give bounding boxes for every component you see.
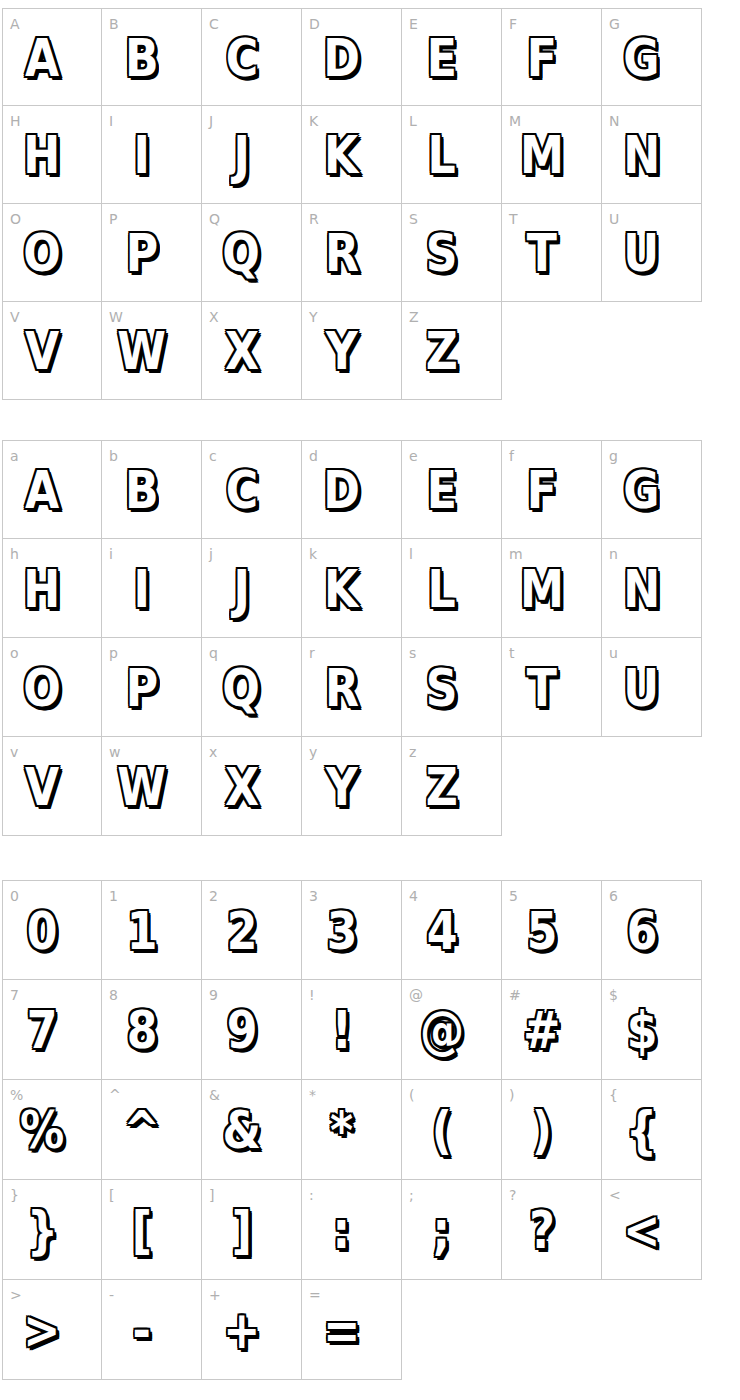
cell-glyph: B: [104, 451, 179, 531]
glyph-text: X: [225, 325, 259, 377]
glyph-text: M: [520, 563, 564, 615]
glyph-text: M: [520, 129, 564, 181]
char-cell: PP: [102, 204, 202, 302]
glyph-text: J: [233, 563, 249, 615]
glyph-text: I: [133, 563, 149, 615]
cell-glyph: T: [504, 214, 579, 294]
cell-glyph: A: [5, 19, 80, 98]
glyph-text: N: [623, 563, 660, 615]
char-cell: ??: [502, 1180, 602, 1280]
glyph-text: G: [623, 464, 659, 516]
cell-glyph: Q: [204, 648, 279, 728]
char-cell: 88: [102, 980, 202, 1080]
char-cell: 00: [2, 880, 102, 980]
glyph-text: Z: [426, 761, 458, 813]
glyph-text: N: [623, 129, 660, 181]
glyph-text: V: [25, 761, 59, 813]
cell-glyph: C: [204, 451, 279, 531]
glyph-text: {: [626, 1104, 657, 1156]
char-cell: YY: [302, 302, 402, 400]
char-cell: jJ: [202, 539, 302, 638]
glyph-text: H: [24, 563, 61, 615]
glyph-text: Y: [326, 325, 358, 377]
glyph-text: W: [117, 761, 166, 813]
char-cell: HH: [2, 106, 102, 204]
cell-glyph: 3: [304, 891, 379, 971]
glyph-text: A: [25, 32, 59, 84]
char-cell: ;;: [402, 1180, 502, 1280]
cell-glyph: F: [504, 451, 579, 531]
glyph-text: %: [20, 1104, 64, 1156]
char-cell: lL: [402, 539, 502, 638]
char-cell: qQ: [202, 638, 302, 737]
char-cell: JJ: [202, 106, 302, 204]
cell-glyph: X: [204, 747, 279, 827]
cell-glyph: ]: [204, 1190, 279, 1271]
glyph-text: F: [526, 32, 556, 84]
char-cell: iI: [102, 539, 202, 638]
char-cell: ^^: [102, 1080, 202, 1180]
cell-glyph: ): [504, 1090, 579, 1171]
char-cell: UU: [602, 204, 702, 302]
char-cell: kK: [302, 539, 402, 638]
cell-glyph: 1: [104, 891, 179, 971]
cell-glyph: G: [604, 19, 679, 98]
char-cell: 33: [302, 880, 402, 980]
cell-glyph: Y: [304, 747, 379, 827]
char-cell: <<: [602, 1180, 702, 1280]
char-cell: !!: [302, 980, 402, 1080]
glyph-text: P: [125, 227, 157, 279]
lowercase-grid: aAbBcCdDeEfFgGhHiIjJkKlLmMnNoOpPqQrRsStT…: [2, 440, 740, 836]
char-cell: ==: [302, 1280, 402, 1380]
glyph-text: R: [325, 662, 359, 714]
char-cell: 77: [2, 980, 102, 1080]
cell-glyph: ^: [104, 1090, 179, 1171]
char-cell: oO: [2, 638, 102, 737]
glyph-text: G: [623, 32, 659, 84]
glyph-text: F: [526, 464, 556, 516]
cell-glyph: 5: [504, 891, 579, 971]
char-cell: bB: [102, 440, 202, 539]
cell-glyph: P: [104, 648, 179, 728]
glyph-text: :: [333, 1204, 351, 1256]
char-cell: ]]: [202, 1180, 302, 1280]
cell-glyph: I: [104, 116, 179, 196]
cell-glyph: -: [104, 1290, 179, 1371]
glyph-text: &: [222, 1104, 261, 1156]
glyph-text: S: [426, 227, 458, 279]
glyph-text: >: [24, 1304, 61, 1356]
cell-glyph: N: [604, 549, 679, 629]
glyph-text: B: [125, 32, 159, 84]
glyph-text: $: [626, 1004, 657, 1056]
cell-glyph: G: [604, 451, 679, 531]
glyph-text: B: [125, 464, 159, 516]
cell-glyph: 6: [604, 891, 679, 971]
glyph-text: U: [624, 662, 660, 714]
glyph-text: T: [527, 662, 557, 714]
glyph-text: ): [532, 1104, 552, 1156]
char-cell: [[: [102, 1180, 202, 1280]
cell-glyph: 4: [404, 891, 479, 971]
cell-glyph: K: [304, 549, 379, 629]
char-cell: wW: [102, 737, 202, 836]
cell-glyph: R: [304, 214, 379, 294]
char-cell: VV: [2, 302, 102, 400]
glyph-text: I: [133, 129, 149, 181]
char-cell: **: [302, 1080, 402, 1180]
cell-glyph: @: [404, 990, 479, 1071]
glyph-text: [: [132, 1204, 152, 1256]
cell-glyph: W: [104, 747, 179, 827]
cell-glyph: O: [5, 648, 80, 728]
glyph-text: }: [26, 1204, 57, 1256]
glyph-text: ^: [123, 1104, 160, 1156]
cell-glyph: $: [604, 990, 679, 1071]
cell-glyph: K: [304, 116, 379, 196]
cell-glyph: ;: [404, 1190, 479, 1271]
char-cell: pP: [102, 638, 202, 737]
char-cell: xX: [202, 737, 302, 836]
char-cell: dD: [302, 440, 402, 539]
glyph-text: O: [23, 227, 61, 279]
cell-glyph: V: [5, 312, 80, 392]
char-cell: AA: [2, 8, 102, 106]
glyph-text: O: [23, 662, 61, 714]
glyph-text: 9: [226, 1004, 257, 1056]
glyph-text: Q: [223, 227, 261, 279]
cell-glyph: 2: [204, 891, 279, 971]
char-cell: OO: [2, 204, 102, 302]
char-cell: uU: [602, 638, 702, 737]
char-cell: hH: [2, 539, 102, 638]
cell-glyph: N: [604, 116, 679, 196]
glyph-text: L: [428, 129, 456, 181]
glyph-text: Y: [326, 761, 358, 813]
glyph-text: @: [419, 1004, 463, 1056]
cell-glyph: ?: [504, 1190, 579, 1271]
char-cell: 55: [502, 880, 602, 980]
char-cell: QQ: [202, 204, 302, 302]
character-map-page: AABBCCDDEEFFGGHHIIJJKKLLMMNNOOPPQQRRSSTT…: [0, 0, 740, 1400]
char-cell: tT: [502, 638, 602, 737]
glyph-text: V: [25, 325, 59, 377]
cell-glyph: #: [504, 990, 579, 1071]
glyph-text: 2: [226, 905, 257, 957]
char-cell: %%: [2, 1080, 102, 1180]
char-cell: zZ: [402, 737, 502, 836]
glyph-text: ;: [433, 1204, 451, 1256]
cell-glyph: 0: [5, 891, 80, 971]
cell-glyph: O: [5, 214, 80, 294]
char-cell: WW: [102, 302, 202, 400]
char-cell: BB: [102, 8, 202, 106]
char-cell: RR: [302, 204, 402, 302]
glyph-text: U: [624, 227, 660, 279]
char-cell: rR: [302, 638, 402, 737]
glyph-text: 1: [126, 905, 157, 957]
cell-glyph: E: [404, 451, 479, 531]
char-cell: @@: [402, 980, 502, 1080]
cell-glyph: =: [304, 1290, 379, 1371]
char-cell: {{: [602, 1080, 702, 1180]
char-cell: ((: [402, 1080, 502, 1180]
char-cell: 99: [202, 980, 302, 1080]
cell-glyph: V: [5, 747, 80, 827]
cell-glyph: A: [5, 451, 80, 531]
glyph-text: K: [324, 563, 358, 615]
glyph-text: -: [132, 1304, 150, 1356]
cell-glyph: E: [404, 19, 479, 98]
char-cell: }}: [2, 1180, 102, 1280]
cell-glyph: L: [404, 549, 479, 629]
char-cell: yY: [302, 737, 402, 836]
cell-glyph: H: [5, 549, 80, 629]
char-cell: ##: [502, 980, 602, 1080]
cell-glyph: U: [604, 214, 679, 294]
cell-glyph: {: [604, 1090, 679, 1171]
char-cell: vV: [2, 737, 102, 836]
char-cell: &&: [202, 1080, 302, 1180]
glyph-text: 0: [27, 905, 58, 957]
glyph-text: 8: [126, 1004, 157, 1056]
cell-glyph: M: [504, 549, 579, 629]
glyph-text: ]: [232, 1204, 252, 1256]
cell-glyph: !: [304, 990, 379, 1071]
char-cell: 22: [202, 880, 302, 980]
glyph-text: D: [323, 464, 360, 516]
cell-glyph: J: [204, 549, 279, 629]
char-cell: $$: [602, 980, 702, 1080]
cell-glyph: +: [204, 1290, 279, 1371]
glyph-text: E: [426, 464, 456, 516]
glyph-text: 3: [326, 905, 357, 957]
cell-glyph: H: [5, 116, 80, 196]
char-cell: LL: [402, 106, 502, 204]
glyph-text: K: [324, 129, 358, 181]
cell-glyph: (: [404, 1090, 479, 1171]
symbols-grid: 00112233445566778899!!@@##$$%%^^&&**(())…: [2, 880, 740, 1380]
char-cell: fF: [502, 440, 602, 539]
char-cell: NN: [602, 106, 702, 204]
cell-glyph: %: [5, 1090, 80, 1171]
cell-glyph: C: [204, 19, 279, 98]
glyph-text: ?: [529, 1204, 555, 1256]
cell-glyph: D: [304, 19, 379, 98]
char-cell: gG: [602, 440, 702, 539]
char-cell: nN: [602, 539, 702, 638]
cell-glyph: F: [504, 19, 579, 98]
cell-glyph: W: [104, 312, 179, 392]
glyph-text: =: [323, 1304, 360, 1356]
cell-glyph: :: [304, 1190, 379, 1271]
char-cell: mM: [502, 539, 602, 638]
glyph-text: !: [332, 1004, 352, 1056]
cell-glyph: Z: [404, 747, 479, 827]
glyph-text: +: [223, 1304, 260, 1356]
glyph-text: (: [432, 1104, 452, 1156]
glyph-text: S: [426, 662, 458, 714]
cell-glyph: X: [204, 312, 279, 392]
char-cell: )): [502, 1080, 602, 1180]
cell-glyph: }: [5, 1190, 80, 1271]
char-cell: GG: [602, 8, 702, 106]
glyph-text: Z: [426, 325, 458, 377]
cell-glyph: &: [204, 1090, 279, 1171]
glyph-text: 5: [526, 905, 557, 957]
glyph-text: #: [523, 1004, 560, 1056]
cell-glyph: Z: [404, 312, 479, 392]
cell-glyph: R: [304, 648, 379, 728]
char-cell: FF: [502, 8, 602, 106]
cell-glyph: <: [604, 1190, 679, 1271]
uppercase-grid: AABBCCDDEEFFGGHHIIJJKKLLMMNNOOPPQQRRSSTT…: [2, 8, 740, 400]
glyph-text: C: [225, 464, 257, 516]
char-cell: 44: [402, 880, 502, 980]
glyph-text: Q: [223, 662, 261, 714]
glyph-text: L: [428, 563, 456, 615]
char-cell: 11: [102, 880, 202, 980]
char-cell: eE: [402, 440, 502, 539]
cell-glyph: 8: [104, 990, 179, 1071]
cell-glyph: [: [104, 1190, 179, 1271]
cell-glyph: M: [504, 116, 579, 196]
glyph-text: H: [24, 129, 61, 181]
glyph-text: D: [323, 32, 360, 84]
char-cell: ZZ: [402, 302, 502, 400]
char-cell: CC: [202, 8, 302, 106]
char-cell: II: [102, 106, 202, 204]
char-cell: EE: [402, 8, 502, 106]
char-cell: sS: [402, 638, 502, 737]
cell-glyph: Q: [204, 214, 279, 294]
char-cell: ++: [202, 1280, 302, 1380]
cell-glyph: S: [404, 214, 479, 294]
cell-glyph: U: [604, 648, 679, 728]
char-cell: >>: [2, 1280, 102, 1380]
cell-glyph: J: [204, 116, 279, 196]
cell-glyph: L: [404, 116, 479, 196]
char-cell: cC: [202, 440, 302, 539]
char-cell: 66: [602, 880, 702, 980]
glyph-text: J: [233, 129, 249, 181]
glyph-text: T: [527, 227, 557, 279]
glyph-text: 6: [626, 905, 657, 957]
char-cell: TT: [502, 204, 602, 302]
glyph-text: 7: [27, 1004, 58, 1056]
char-cell: KK: [302, 106, 402, 204]
char-cell: --: [102, 1280, 202, 1380]
cell-glyph: D: [304, 451, 379, 531]
glyph-text: R: [325, 227, 359, 279]
char-cell: XX: [202, 302, 302, 400]
glyph-text: W: [117, 325, 166, 377]
char-cell: SS: [402, 204, 502, 302]
glyph-text: E: [426, 32, 456, 84]
char-cell: ::: [302, 1180, 402, 1280]
glyph-text: <: [623, 1204, 660, 1256]
char-cell: DD: [302, 8, 402, 106]
cell-glyph: I: [104, 549, 179, 629]
cell-glyph: 9: [204, 990, 279, 1071]
cell-glyph: Y: [304, 312, 379, 392]
cell-glyph: 7: [5, 990, 80, 1071]
glyph-text: X: [225, 761, 259, 813]
glyph-text: P: [125, 662, 157, 714]
char-cell: MM: [502, 106, 602, 204]
glyph-text: 4: [426, 905, 457, 957]
cell-glyph: T: [504, 648, 579, 728]
cell-glyph: >: [5, 1290, 80, 1371]
cell-glyph: *: [304, 1090, 379, 1171]
cell-glyph: S: [404, 648, 479, 728]
cell-glyph: B: [104, 19, 179, 98]
glyph-text: *: [330, 1104, 353, 1156]
glyph-text: A: [25, 464, 59, 516]
glyph-text: C: [225, 32, 257, 84]
cell-glyph: P: [104, 214, 179, 294]
char-cell: aA: [2, 440, 102, 539]
